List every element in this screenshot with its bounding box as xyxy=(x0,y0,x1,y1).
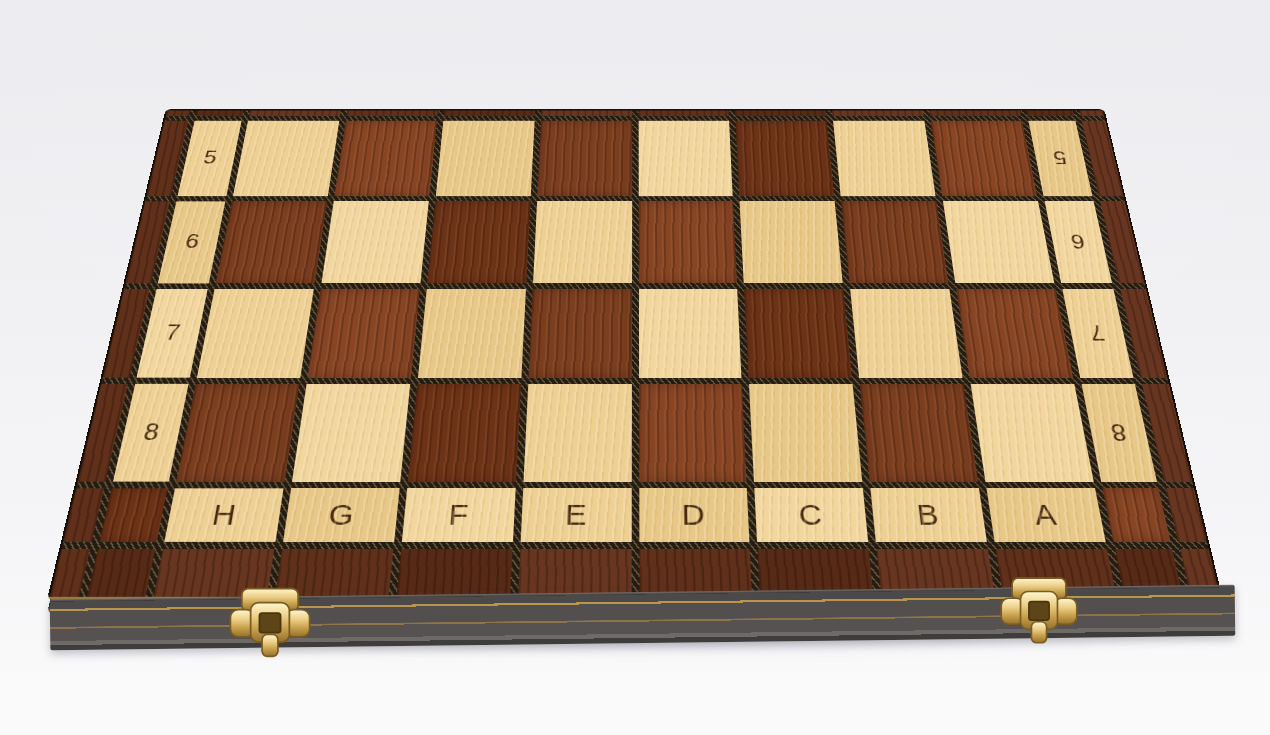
square-e5 xyxy=(537,121,632,196)
file-label-d-text: D xyxy=(681,499,706,532)
square-f7 xyxy=(418,289,526,378)
file-label-h: H xyxy=(164,488,283,542)
border-cell-bottom xyxy=(518,549,632,597)
square-c7 xyxy=(744,289,852,378)
square-d6 xyxy=(638,201,737,283)
photo-background: 55667788HGFEDCBA xyxy=(0,0,1270,735)
border-cell-top xyxy=(1079,110,1104,115)
file-label-a: A xyxy=(987,488,1106,542)
square-h8 xyxy=(176,384,299,482)
rank-label-right-8-text: 8 xyxy=(1108,418,1128,445)
border-cell-bottom xyxy=(639,549,753,597)
square-d5 xyxy=(638,121,733,196)
rank-label-right-6: 6 xyxy=(1045,201,1112,283)
border-cell-right xyxy=(1166,488,1207,542)
square-f5 xyxy=(436,121,535,196)
border-cell-top xyxy=(196,110,244,115)
square-c5 xyxy=(736,121,835,196)
border-cell-top xyxy=(638,110,729,115)
rank-label-left-5-text: 5 xyxy=(202,147,219,168)
file-label-g: G xyxy=(283,488,399,542)
square-b6 xyxy=(841,201,948,283)
border-cell-left xyxy=(63,488,104,542)
square-a5 xyxy=(931,121,1037,196)
brass-clasp-left-icon xyxy=(226,581,314,663)
border-cell-top xyxy=(1026,110,1074,115)
border-cell-top xyxy=(166,110,191,115)
file-label-h-text: H xyxy=(210,499,240,532)
border-cell-bottom xyxy=(87,549,155,597)
rank-label-right-5-text: 5 xyxy=(1051,147,1068,168)
square-b8 xyxy=(860,384,978,482)
border-cell-top xyxy=(346,110,438,115)
border-cell-bottom xyxy=(50,549,90,597)
square-c6 xyxy=(740,201,843,283)
rank-label-left-5: 5 xyxy=(178,121,242,196)
letter-row-corner-left xyxy=(99,488,167,542)
square-h7 xyxy=(197,289,314,378)
rank-label-left-7-text: 7 xyxy=(163,320,182,344)
rank-label-left-6-text: 6 xyxy=(183,230,201,252)
file-label-a-text: A xyxy=(1032,499,1060,532)
border-cell-top xyxy=(541,110,632,115)
square-f6 xyxy=(427,201,530,283)
border-cell-bottom xyxy=(396,549,512,597)
chess-board: 55667788HGFEDCBA xyxy=(47,109,1223,600)
border-cell-top xyxy=(929,110,1021,115)
rank-label-left-8-text: 8 xyxy=(141,418,161,445)
border-cell-top xyxy=(735,110,826,115)
square-f8 xyxy=(408,384,521,482)
square-h5 xyxy=(233,121,339,196)
square-b5 xyxy=(833,121,935,196)
square-g8 xyxy=(292,384,410,482)
file-label-b: B xyxy=(871,488,987,542)
border-cell-top xyxy=(444,110,535,115)
square-e8 xyxy=(523,384,631,482)
file-label-c-text: C xyxy=(798,499,824,532)
square-d8 xyxy=(639,384,747,482)
square-g6 xyxy=(321,201,428,283)
square-d7 xyxy=(638,289,741,378)
file-label-e: E xyxy=(520,488,631,542)
file-label-e-text: E xyxy=(565,499,588,532)
rank-label-right-7-text: 7 xyxy=(1088,320,1107,344)
square-a7 xyxy=(956,289,1073,378)
square-e7 xyxy=(528,289,631,378)
rank-label-right-6-text: 6 xyxy=(1069,230,1087,252)
brass-clasp-right-icon xyxy=(997,571,1081,649)
square-c8 xyxy=(749,384,862,482)
rank-label-left-6: 6 xyxy=(158,201,225,283)
square-g5 xyxy=(334,121,436,196)
file-label-g-text: G xyxy=(327,499,357,532)
file-label-b-text: B xyxy=(915,499,941,532)
rank-label-left-7: 7 xyxy=(137,289,208,378)
file-label-f: F xyxy=(402,488,516,542)
square-e6 xyxy=(533,201,632,283)
file-label-c: C xyxy=(755,488,869,542)
rank-label-right-5: 5 xyxy=(1028,121,1092,196)
border-cell-top xyxy=(832,110,924,115)
square-g7 xyxy=(307,289,419,378)
square-a6 xyxy=(943,201,1054,283)
square-h6 xyxy=(216,201,327,283)
file-label-f-text: F xyxy=(448,499,471,532)
file-label-d: D xyxy=(639,488,750,542)
border-cell-top xyxy=(249,110,341,115)
square-a8 xyxy=(971,384,1094,482)
square-b7 xyxy=(850,289,962,378)
letter-row-corner-right xyxy=(1103,488,1171,542)
